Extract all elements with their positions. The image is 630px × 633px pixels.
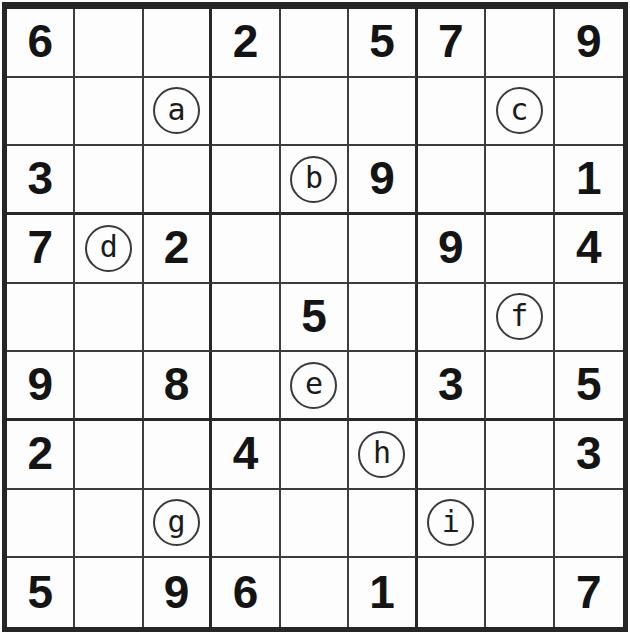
- given-digit: 7: [576, 569, 602, 615]
- cell-r7c6[interactable]: h: [349, 421, 417, 490]
- cell-r4c8[interactable]: [486, 215, 554, 284]
- circled-letter-a: a: [153, 87, 200, 134]
- cell-r5c8[interactable]: f: [486, 284, 554, 353]
- cell-r3c7[interactable]: [418, 146, 486, 215]
- cell-r3c3[interactable]: [144, 146, 212, 215]
- cell-r5c1[interactable]: [7, 284, 75, 353]
- cell-r7c3[interactable]: [144, 421, 212, 490]
- cell-r4c2[interactable]: d: [75, 215, 143, 284]
- cell-r8c4[interactable]: [212, 490, 280, 559]
- given-digit: 3: [27, 155, 53, 201]
- given-digit: 3: [438, 361, 464, 407]
- circled-letter-f: f: [496, 293, 543, 340]
- cell-r5c2[interactable]: [75, 284, 143, 353]
- cell-r9c8[interactable]: [486, 558, 554, 627]
- circle-label: c: [510, 95, 528, 125]
- cell-r8c2[interactable]: [75, 490, 143, 559]
- cell-r6c9[interactable]: 5: [555, 352, 623, 421]
- cell-r2c8[interactable]: c: [486, 78, 554, 147]
- cell-r7c7[interactable]: [418, 421, 486, 490]
- given-digit: 4: [576, 224, 602, 270]
- given-digit: 9: [164, 569, 190, 615]
- cell-r8c7[interactable]: i: [418, 490, 486, 559]
- cell-r4c7[interactable]: 9: [418, 215, 486, 284]
- cell-r1c1[interactable]: 6: [7, 9, 75, 78]
- circle-label: i: [442, 507, 460, 537]
- cell-r6c3[interactable]: 8: [144, 352, 212, 421]
- cell-r9c1[interactable]: 5: [7, 558, 75, 627]
- circle-label: g: [168, 507, 186, 537]
- circled-letter-g: g: [153, 499, 200, 546]
- given-digit: 9: [576, 18, 602, 64]
- given-digit: 4: [233, 430, 259, 476]
- given-digit: 5: [369, 18, 395, 64]
- circled-letter-e: e: [290, 362, 337, 409]
- cell-r5c5[interactable]: 5: [281, 284, 349, 353]
- given-digit: 9: [438, 224, 464, 270]
- cell-r9c5[interactable]: [281, 558, 349, 627]
- cell-r4c9[interactable]: 4: [555, 215, 623, 284]
- cell-r3c1[interactable]: 3: [7, 146, 75, 215]
- given-digit: 5: [27, 569, 53, 615]
- circle-label: e: [305, 369, 323, 399]
- given-digit: 2: [233, 18, 259, 64]
- sudoku-board: 62579ac3b917d2945f98e3524h3gi59617: [2, 2, 628, 632]
- cell-r6c8[interactable]: [486, 352, 554, 421]
- cell-r9c7[interactable]: [418, 558, 486, 627]
- cell-r3c6[interactable]: 9: [349, 146, 417, 215]
- cell-r3c8[interactable]: [486, 146, 554, 215]
- cell-r7c5[interactable]: [281, 421, 349, 490]
- cell-r2c9[interactable]: [555, 78, 623, 147]
- given-digit: 2: [164, 224, 190, 270]
- circle-label: a: [168, 95, 186, 125]
- cell-r6c1[interactable]: 9: [7, 352, 75, 421]
- cell-r6c6[interactable]: [349, 352, 417, 421]
- cell-r7c9[interactable]: 3: [555, 421, 623, 490]
- cell-r3c9[interactable]: 1: [555, 146, 623, 215]
- cell-r1c5[interactable]: [281, 9, 349, 78]
- given-digit: 5: [301, 293, 327, 339]
- cell-r9c4[interactable]: 6: [212, 558, 280, 627]
- circle-label: b: [305, 163, 323, 193]
- cell-r2c6[interactable]: [349, 78, 417, 147]
- cell-r1c9[interactable]: 9: [555, 9, 623, 78]
- cell-r4c4[interactable]: [212, 215, 280, 284]
- cell-r5c4[interactable]: [212, 284, 280, 353]
- given-digit: 7: [438, 18, 464, 64]
- given-digit: 9: [27, 361, 53, 407]
- cell-r8c1[interactable]: [7, 490, 75, 559]
- cell-r2c4[interactable]: [212, 78, 280, 147]
- cell-r7c1[interactable]: 2: [7, 421, 75, 490]
- cell-r1c7[interactable]: 7: [418, 9, 486, 78]
- cell-r8c3[interactable]: g: [144, 490, 212, 559]
- cell-r7c2[interactable]: [75, 421, 143, 490]
- cell-r9c2[interactable]: [75, 558, 143, 627]
- given-digit: 5: [576, 361, 602, 407]
- cell-r3c5[interactable]: b: [281, 146, 349, 215]
- page-background: 62579ac3b917d2945f98e3524h3gi59617: [0, 0, 630, 633]
- cell-r9c6[interactable]: 1: [349, 558, 417, 627]
- circle-label: f: [510, 301, 528, 331]
- circled-letter-d: d: [85, 225, 132, 272]
- given-digit: 8: [164, 361, 190, 407]
- cell-r4c5[interactable]: [281, 215, 349, 284]
- cell-r5c6[interactable]: [349, 284, 417, 353]
- cell-r1c3[interactable]: [144, 9, 212, 78]
- cell-r6c2[interactable]: [75, 352, 143, 421]
- cell-r5c9[interactable]: [555, 284, 623, 353]
- circle-label: h: [373, 438, 391, 468]
- cell-r1c6[interactable]: 5: [349, 9, 417, 78]
- cell-r5c7[interactable]: [418, 284, 486, 353]
- given-digit: 9: [369, 155, 395, 201]
- cell-r2c1[interactable]: [7, 78, 75, 147]
- given-digit: 2: [27, 430, 53, 476]
- circle-label: d: [100, 232, 118, 262]
- cell-r6c5[interactable]: e: [281, 352, 349, 421]
- cell-r1c4[interactable]: 2: [212, 9, 280, 78]
- cell-r2c3[interactable]: a: [144, 78, 212, 147]
- cell-r4c1[interactable]: 7: [7, 215, 75, 284]
- cell-r7c8[interactable]: [486, 421, 554, 490]
- cell-r6c7[interactable]: 3: [418, 352, 486, 421]
- cell-r9c3[interactable]: 9: [144, 558, 212, 627]
- cell-r8c5[interactable]: [281, 490, 349, 559]
- given-digit: 6: [233, 569, 259, 615]
- given-digit: 1: [369, 569, 395, 615]
- given-digit: 3: [576, 430, 602, 476]
- given-digit: 6: [27, 18, 53, 64]
- cell-r8c9[interactable]: [555, 490, 623, 559]
- cell-r4c6[interactable]: [349, 215, 417, 284]
- given-digit: 1: [576, 155, 602, 201]
- cell-r1c2[interactable]: [75, 9, 143, 78]
- cell-r2c5[interactable]: [281, 78, 349, 147]
- cell-r7c4[interactable]: 4: [212, 421, 280, 490]
- cell-r2c2[interactable]: [75, 78, 143, 147]
- circled-letter-h: h: [358, 431, 405, 478]
- cell-r5c3[interactable]: [144, 284, 212, 353]
- cell-r3c4[interactable]: [212, 146, 280, 215]
- cell-r9c9[interactable]: 7: [555, 558, 623, 627]
- circled-letter-i: i: [427, 499, 474, 546]
- cell-r4c3[interactable]: 2: [144, 215, 212, 284]
- cell-r3c2[interactable]: [75, 146, 143, 215]
- cell-r8c8[interactable]: [486, 490, 554, 559]
- circled-letter-c: c: [496, 87, 543, 134]
- given-digit: 7: [27, 224, 53, 270]
- cell-r2c7[interactable]: [418, 78, 486, 147]
- circled-letter-b: b: [290, 156, 337, 203]
- cell-r8c6[interactable]: [349, 490, 417, 559]
- cell-r6c4[interactable]: [212, 352, 280, 421]
- cell-r1c8[interactable]: [486, 9, 554, 78]
